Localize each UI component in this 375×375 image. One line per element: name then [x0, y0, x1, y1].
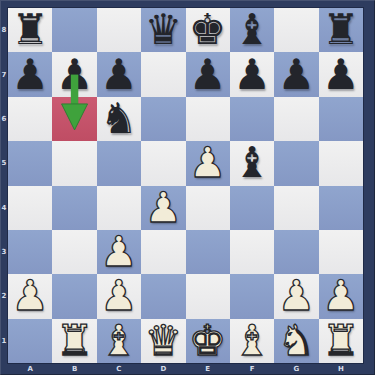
- square-h3[interactable]: [319, 230, 363, 274]
- square-g1[interactable]: ♞: [274, 319, 318, 363]
- square-h5[interactable]: [319, 141, 363, 185]
- square-g5[interactable]: [274, 141, 318, 185]
- square-f2[interactable]: [230, 274, 274, 318]
- piece-black-pawn[interactable]: ♟: [56, 53, 94, 97]
- file-label-d: D: [141, 363, 185, 375]
- square-a6[interactable]: [8, 97, 52, 141]
- square-h8[interactable]: ♜: [319, 8, 363, 52]
- piece-white-pawn[interactable]: ♟: [100, 274, 138, 318]
- square-a3[interactable]: [8, 230, 52, 274]
- rank-label-3: 3: [0, 230, 8, 274]
- square-a5[interactable]: [8, 141, 52, 185]
- piece-black-pawn[interactable]: ♟: [233, 53, 271, 97]
- rank-label-6: 6: [0, 97, 8, 141]
- rank-label-8: 8: [0, 8, 8, 52]
- square-a1[interactable]: [8, 319, 52, 363]
- file-label-h: H: [319, 363, 363, 375]
- piece-white-pawn[interactable]: ♟: [100, 230, 138, 274]
- square-d3[interactable]: [141, 230, 185, 274]
- square-f5[interactable]: ♝: [230, 141, 274, 185]
- square-h1[interactable]: ♜: [319, 319, 363, 363]
- square-g7[interactable]: ♟: [274, 52, 318, 96]
- file-label-e: E: [186, 363, 230, 375]
- file-label-a: A: [8, 363, 52, 375]
- square-b4[interactable]: [52, 186, 96, 230]
- piece-white-bishop[interactable]: ♝: [233, 319, 271, 363]
- piece-white-queen[interactable]: ♛: [144, 319, 182, 363]
- square-d2[interactable]: [141, 274, 185, 318]
- square-b1[interactable]: ♜: [52, 319, 96, 363]
- square-h6[interactable]: [319, 97, 363, 141]
- piece-black-knight[interactable]: ♞: [100, 97, 138, 141]
- piece-black-bishop[interactable]: ♝: [233, 8, 271, 52]
- piece-black-pawn[interactable]: ♟: [100, 53, 138, 97]
- piece-white-rook[interactable]: ♜: [56, 319, 94, 363]
- piece-white-pawn[interactable]: ♟: [189, 141, 227, 185]
- file-label-c: C: [97, 363, 141, 375]
- square-d6[interactable]: [141, 97, 185, 141]
- square-c7[interactable]: ♟: [97, 52, 141, 96]
- square-a2[interactable]: ♟: [8, 274, 52, 318]
- square-b2[interactable]: [52, 274, 96, 318]
- piece-black-bishop[interactable]: ♝: [233, 141, 271, 185]
- square-c6[interactable]: ♞: [97, 97, 141, 141]
- square-c2[interactable]: ♟: [97, 274, 141, 318]
- square-c4[interactable]: [97, 186, 141, 230]
- square-h4[interactable]: [319, 186, 363, 230]
- square-e2[interactable]: [186, 274, 230, 318]
- rank-labels: 87654321: [0, 8, 8, 363]
- square-b7[interactable]: ♟: [52, 52, 96, 96]
- square-e3[interactable]: [186, 230, 230, 274]
- piece-black-pawn[interactable]: ♟: [11, 53, 49, 97]
- file-label-g: G: [274, 363, 318, 375]
- piece-white-pawn[interactable]: ♟: [278, 274, 316, 318]
- piece-white-king[interactable]: ♚: [189, 319, 227, 363]
- piece-white-knight[interactable]: ♞: [278, 319, 316, 363]
- square-f3[interactable]: [230, 230, 274, 274]
- square-b8[interactable]: [52, 8, 96, 52]
- piece-black-king[interactable]: ♚: [189, 8, 227, 52]
- square-e4[interactable]: [186, 186, 230, 230]
- chess-board: ♜♛♚♝♜♟♟♟♟♟♟♟♞♟♝♟♟♟♟♟♟♜♝♛♚♝♞♜: [8, 8, 363, 363]
- square-d4[interactable]: ♟: [141, 186, 185, 230]
- square-d1[interactable]: ♛: [141, 319, 185, 363]
- piece-black-pawn[interactable]: ♟: [278, 53, 316, 97]
- square-g4[interactable]: [274, 186, 318, 230]
- square-b3[interactable]: [52, 230, 96, 274]
- piece-white-rook[interactable]: ♜: [322, 319, 360, 363]
- piece-white-pawn[interactable]: ♟: [144, 186, 182, 230]
- square-f6[interactable]: [230, 97, 274, 141]
- rank-label-4: 4: [0, 186, 8, 230]
- square-f8[interactable]: ♝: [230, 8, 274, 52]
- rank-label-2: 2: [0, 274, 8, 318]
- square-e6[interactable]: [186, 97, 230, 141]
- square-c5[interactable]: [97, 141, 141, 185]
- square-d7[interactable]: [141, 52, 185, 96]
- square-b6[interactable]: [52, 97, 96, 141]
- square-f1[interactable]: ♝: [230, 319, 274, 363]
- square-c1[interactable]: ♝: [97, 319, 141, 363]
- board-window: 87654321 ABCDEFGH ♜♛♚♝♜♟♟♟♟♟♟♟♞♟♝♟♟♟♟♟♟♜…: [0, 0, 375, 375]
- piece-white-pawn[interactable]: ♟: [322, 274, 360, 318]
- square-e1[interactable]: ♚: [186, 319, 230, 363]
- square-e7[interactable]: ♟: [186, 52, 230, 96]
- square-b5[interactable]: [52, 141, 96, 185]
- square-g8[interactable]: [274, 8, 318, 52]
- square-g6[interactable]: [274, 97, 318, 141]
- square-h2[interactable]: ♟: [319, 274, 363, 318]
- square-f4[interactable]: [230, 186, 274, 230]
- square-e5[interactable]: ♟: [186, 141, 230, 185]
- piece-black-pawn[interactable]: ♟: [322, 53, 360, 97]
- rank-label-7: 7: [0, 52, 8, 96]
- square-a7[interactable]: ♟: [8, 52, 52, 96]
- square-c8[interactable]: [97, 8, 141, 52]
- square-e8[interactable]: ♚: [186, 8, 230, 52]
- square-c3[interactable]: ♟: [97, 230, 141, 274]
- piece-white-bishop[interactable]: ♝: [100, 319, 138, 363]
- rank-label-1: 1: [0, 319, 8, 363]
- file-labels: ABCDEFGH: [8, 363, 363, 375]
- square-a4[interactable]: [8, 186, 52, 230]
- square-f7[interactable]: ♟: [230, 52, 274, 96]
- square-g2[interactable]: ♟: [274, 274, 318, 318]
- piece-black-queen[interactable]: ♛: [144, 8, 182, 52]
- piece-black-rook[interactable]: ♜: [11, 8, 49, 52]
- square-d8[interactable]: ♛: [141, 8, 185, 52]
- piece-black-pawn[interactable]: ♟: [189, 53, 227, 97]
- rank-label-5: 5: [0, 141, 8, 185]
- file-label-f: F: [230, 363, 274, 375]
- file-label-b: B: [52, 363, 96, 375]
- square-h7[interactable]: ♟: [319, 52, 363, 96]
- piece-black-rook[interactable]: ♜: [322, 8, 360, 52]
- square-d5[interactable]: [141, 141, 185, 185]
- piece-white-pawn[interactable]: ♟: [11, 274, 49, 318]
- square-a8[interactable]: ♜: [8, 8, 52, 52]
- square-g3[interactable]: [274, 230, 318, 274]
